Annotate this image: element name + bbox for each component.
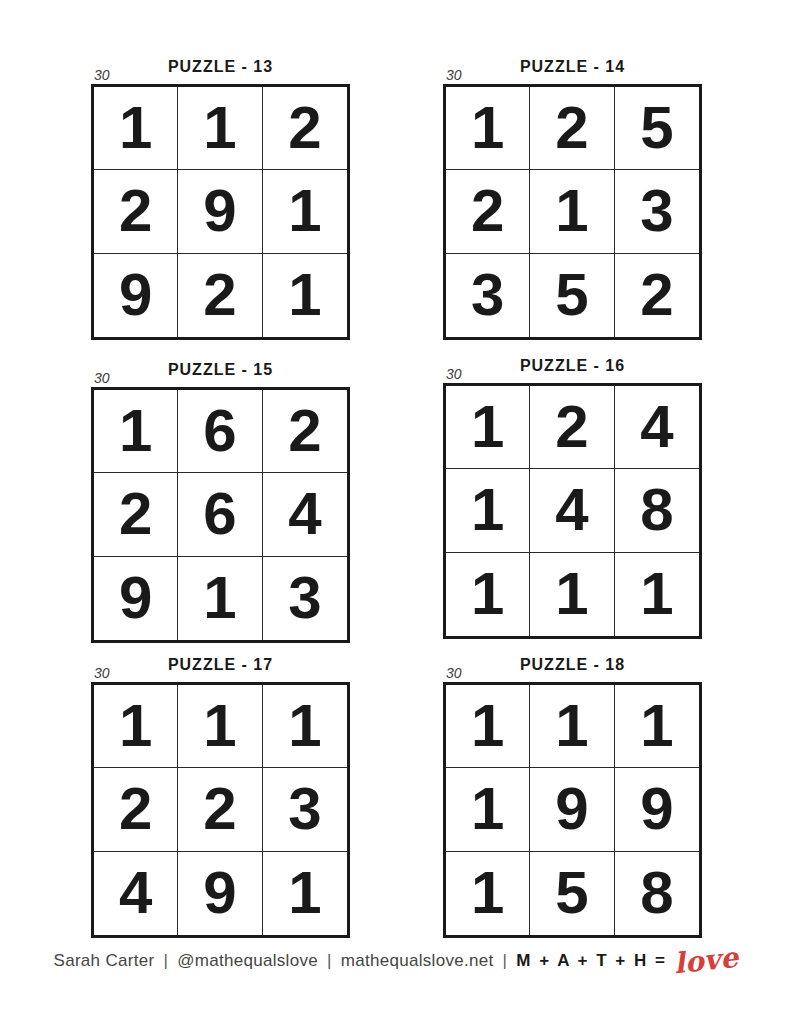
cell: 4 — [263, 473, 347, 556]
cell: 1 — [94, 87, 178, 170]
cell: 3 — [446, 254, 530, 337]
cell: 5 — [530, 254, 614, 337]
puzzle-grid: 111223491 — [91, 682, 350, 938]
footer-love-script: love — [673, 947, 740, 976]
puzzle-title: PUZZLE - 17 — [91, 656, 350, 674]
puzzle-corner-label: 30 — [94, 370, 110, 386]
puzzle-17: PUZZLE - 17 30 111223491 — [91, 656, 350, 940]
cell: 1 — [178, 685, 262, 768]
cell: 2 — [94, 768, 178, 851]
cell: 1 — [615, 553, 699, 636]
puzzle-grid: 162264913 — [91, 387, 350, 643]
puzzle-18: PUZZLE - 18 30 111199158 — [443, 656, 702, 940]
puzzle-title: PUZZLE - 13 — [91, 58, 350, 76]
puzzle-14: PUZZLE - 14 30 125213352 — [443, 58, 702, 342]
footer-divider: | — [503, 951, 508, 971]
footer-handle: @mathequalslove — [177, 951, 318, 971]
cell: 9 — [94, 557, 178, 640]
cell: 1 — [530, 170, 614, 253]
cell: 9 — [530, 768, 614, 851]
puzzle-title: PUZZLE - 15 — [91, 361, 350, 379]
puzzle-corner-label: 30 — [446, 67, 462, 83]
cell: 6 — [178, 390, 262, 473]
cell: 1 — [263, 685, 347, 768]
puzzle-grid: 124148111 — [443, 383, 702, 639]
cell: 2 — [530, 386, 614, 469]
puzzle-15: PUZZLE - 15 30 162264913 — [91, 361, 350, 645]
puzzle-title: PUZZLE - 16 — [443, 357, 702, 375]
cell: 3 — [615, 170, 699, 253]
cell: 1 — [446, 553, 530, 636]
cell: 3 — [263, 557, 347, 640]
cell: 1 — [446, 685, 530, 768]
puzzle-corner-label: 30 — [94, 665, 110, 681]
puzzle-title: PUZZLE - 18 — [443, 656, 702, 674]
cell: 1 — [446, 852, 530, 935]
puzzle-16: PUZZLE - 16 30 124148111 — [443, 357, 702, 641]
puzzle-grid: 112291921 — [91, 84, 350, 340]
cell: 8 — [615, 469, 699, 552]
cell: 2 — [94, 473, 178, 556]
cell: 9 — [94, 254, 178, 337]
puzzle-corner-label: 30 — [446, 665, 462, 681]
puzzle-corner-label: 30 — [94, 67, 110, 83]
cell: 5 — [530, 852, 614, 935]
cell: 1 — [446, 768, 530, 851]
cell: 2 — [178, 254, 262, 337]
cell: 1 — [178, 87, 262, 170]
cell: 1 — [263, 254, 347, 337]
cell: 9 — [178, 852, 262, 935]
cell: 1 — [530, 553, 614, 636]
cell: 1 — [446, 87, 530, 170]
cell: 8 — [615, 852, 699, 935]
puzzle-title: PUZZLE - 14 — [443, 58, 702, 76]
puzzle-grid: 125213352 — [443, 84, 702, 340]
cell: 1 — [446, 386, 530, 469]
puzzle-corner-label: 30 — [446, 366, 462, 382]
puzzle-13: PUZZLE - 13 30 112291921 — [91, 58, 350, 342]
cell: 4 — [615, 386, 699, 469]
cell: 1 — [94, 685, 178, 768]
cell: 2 — [615, 254, 699, 337]
footer-author: Sarah Carter — [54, 951, 155, 971]
puzzle-worksheet-page: PUZZLE - 13 30 112291921 PUZZLE - 14 30 … — [0, 0, 792, 1024]
puzzle-grid: 111199158 — [443, 682, 702, 938]
cell: 2 — [263, 390, 347, 473]
cell: 5 — [615, 87, 699, 170]
cell: 1 — [94, 390, 178, 473]
cell: 1 — [446, 469, 530, 552]
footer-website: mathequalslove.net — [341, 951, 494, 971]
cell: 2 — [178, 768, 262, 851]
cell: 2 — [263, 87, 347, 170]
footer-math-equation: M + A + T + H = — [516, 951, 667, 971]
cell: 4 — [530, 469, 614, 552]
cell: 6 — [178, 473, 262, 556]
cell: 1 — [263, 170, 347, 253]
cell: 4 — [94, 852, 178, 935]
cell: 3 — [263, 768, 347, 851]
cell: 2 — [446, 170, 530, 253]
cell: 2 — [530, 87, 614, 170]
cell: 2 — [94, 170, 178, 253]
cell: 9 — [615, 768, 699, 851]
cell: 1 — [263, 852, 347, 935]
footer-divider: | — [163, 951, 168, 971]
cell: 1 — [615, 685, 699, 768]
cell: 1 — [178, 557, 262, 640]
footer-divider: | — [327, 951, 332, 971]
cell: 1 — [530, 685, 614, 768]
footer-credit-line: Sarah Carter | @mathequalslove | mathequ… — [0, 950, 792, 972]
cell: 9 — [178, 170, 262, 253]
